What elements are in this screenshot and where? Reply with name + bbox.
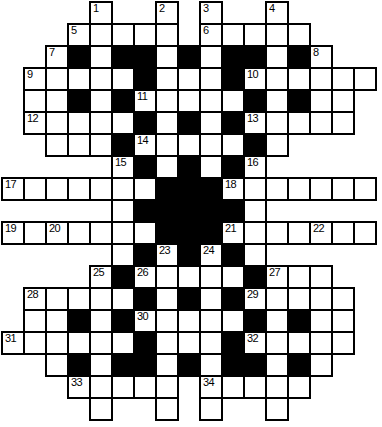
cell-5-4[interactable] bbox=[90, 112, 112, 134]
cell-8-1[interactable] bbox=[24, 178, 46, 200]
cell-11-10 bbox=[222, 244, 244, 266]
cell-3-5[interactable] bbox=[112, 68, 134, 90]
empty-space-0-10 bbox=[222, 2, 244, 24]
cell-4-6[interactable]: 11 bbox=[134, 90, 156, 112]
page: 1234567891011121314151617181920212223242… bbox=[0, 0, 382, 427]
cell-1-11[interactable] bbox=[244, 24, 266, 46]
cell-14-14[interactable] bbox=[310, 310, 332, 332]
cell-8-0[interactable]: 17 bbox=[2, 178, 24, 200]
cell-10-8 bbox=[178, 222, 200, 244]
cell-17-9[interactable]: 34 bbox=[200, 376, 222, 398]
cell-16-12[interactable] bbox=[266, 354, 288, 376]
empty-space-6-16 bbox=[354, 134, 376, 156]
cell-14-2[interactable] bbox=[46, 310, 68, 332]
cell-18-4[interactable] bbox=[90, 398, 112, 420]
empty-space-0-13 bbox=[288, 2, 310, 24]
cell-14-10[interactable] bbox=[222, 310, 244, 332]
cell-3-9[interactable] bbox=[200, 68, 222, 90]
cell-7-6 bbox=[134, 156, 156, 178]
empty-space-9-15 bbox=[332, 200, 354, 222]
cell-13-4[interactable] bbox=[90, 288, 112, 310]
empty-space-18-11 bbox=[244, 398, 266, 420]
cell-15-12[interactable] bbox=[266, 332, 288, 354]
cell-10-7 bbox=[156, 222, 178, 244]
cell-5-14[interactable] bbox=[310, 112, 332, 134]
cell-2-7[interactable] bbox=[156, 46, 178, 68]
cell-10-14[interactable]: 22 bbox=[310, 222, 332, 244]
empty-space-7-13 bbox=[288, 156, 310, 178]
cell-3-7[interactable] bbox=[156, 68, 178, 90]
cell-17-4[interactable] bbox=[90, 376, 112, 398]
cell-15-11[interactable]: 32 bbox=[244, 332, 266, 354]
empty-space-1-0 bbox=[2, 24, 24, 46]
cell-7-7[interactable] bbox=[156, 156, 178, 178]
cell-3-16[interactable] bbox=[354, 68, 376, 90]
cell-2-13 bbox=[288, 46, 310, 68]
clue-number-14: 14 bbox=[137, 135, 148, 146]
empty-space-18-5 bbox=[112, 398, 134, 420]
cell-15-15[interactable] bbox=[332, 332, 354, 354]
empty-space-6-14 bbox=[310, 134, 332, 156]
cell-13-13[interactable] bbox=[288, 288, 310, 310]
cell-4-3 bbox=[68, 90, 90, 112]
cell-8-6[interactable] bbox=[134, 178, 156, 200]
empty-space-18-8 bbox=[178, 398, 200, 420]
clue-number-15: 15 bbox=[115, 157, 126, 168]
cell-14-8[interactable] bbox=[178, 310, 200, 332]
cell-17-10[interactable] bbox=[222, 376, 244, 398]
cell-16-6 bbox=[134, 354, 156, 376]
cell-10-2[interactable]: 20 bbox=[46, 222, 68, 244]
empty-space-12-15 bbox=[332, 266, 354, 288]
cell-10-1[interactable] bbox=[24, 222, 46, 244]
empty-space-18-2 bbox=[46, 398, 68, 420]
cell-8-3[interactable] bbox=[68, 178, 90, 200]
cell-4-1[interactable] bbox=[24, 90, 46, 112]
cell-13-3[interactable] bbox=[68, 288, 90, 310]
cell-10-13[interactable] bbox=[288, 222, 310, 244]
cell-1-13[interactable] bbox=[288, 24, 310, 46]
cell-15-3[interactable] bbox=[68, 332, 90, 354]
empty-space-18-13 bbox=[288, 398, 310, 420]
cell-4-9[interactable] bbox=[200, 90, 222, 112]
clue-number-30: 30 bbox=[137, 311, 148, 322]
cell-10-11[interactable] bbox=[244, 222, 266, 244]
cell-16-8 bbox=[178, 354, 200, 376]
cell-1-12[interactable] bbox=[266, 24, 288, 46]
crossword-grid: 1234567891011121314151617181920212223242… bbox=[2, 2, 376, 420]
cell-10-5[interactable] bbox=[112, 222, 134, 244]
cell-5-2[interactable] bbox=[46, 112, 68, 134]
cell-5-6 bbox=[134, 112, 156, 134]
cell-6-4[interactable] bbox=[90, 134, 112, 156]
cell-6-9[interactable] bbox=[200, 134, 222, 156]
cell-10-3[interactable] bbox=[68, 222, 90, 244]
empty-space-17-1 bbox=[24, 376, 46, 398]
cell-18-7[interactable] bbox=[156, 398, 178, 420]
cell-15-4[interactable] bbox=[90, 332, 112, 354]
cell-17-7[interactable] bbox=[156, 376, 178, 398]
cell-16-14[interactable] bbox=[310, 354, 332, 376]
cell-14-15[interactable] bbox=[332, 310, 354, 332]
cell-7-11[interactable]: 16 bbox=[244, 156, 266, 178]
cell-4-2[interactable] bbox=[46, 90, 68, 112]
cell-11-7[interactable]: 23 bbox=[156, 244, 178, 266]
clue-number-32: 32 bbox=[247, 333, 258, 344]
empty-space-18-16 bbox=[354, 398, 376, 420]
cell-16-3 bbox=[68, 354, 90, 376]
cell-2-12[interactable] bbox=[266, 46, 288, 68]
cell-4-13 bbox=[288, 90, 310, 112]
empty-space-1-15 bbox=[332, 24, 354, 46]
cell-12-12[interactable]: 27 bbox=[266, 266, 288, 288]
cell-11-5[interactable] bbox=[112, 244, 134, 266]
empty-space-0-3 bbox=[68, 2, 90, 24]
cell-6-7[interactable] bbox=[156, 134, 178, 156]
cell-9-5[interactable] bbox=[112, 200, 134, 222]
empty-space-17-16 bbox=[354, 376, 376, 398]
cell-2-6 bbox=[134, 46, 156, 68]
cell-2-9[interactable] bbox=[200, 46, 222, 68]
cell-2-14[interactable]: 8 bbox=[310, 46, 332, 68]
empty-space-5-16 bbox=[354, 112, 376, 134]
cell-8-15[interactable] bbox=[332, 178, 354, 200]
cell-11-11[interactable] bbox=[244, 244, 266, 266]
cell-3-3[interactable] bbox=[68, 68, 90, 90]
clue-number-4: 4 bbox=[269, 3, 275, 14]
empty-space-7-0 bbox=[2, 156, 24, 178]
cell-8-12[interactable] bbox=[266, 178, 288, 200]
clue-number-20: 20 bbox=[49, 223, 60, 234]
cell-15-0[interactable]: 31 bbox=[2, 332, 24, 354]
empty-space-11-0 bbox=[2, 244, 24, 266]
empty-space-12-1 bbox=[24, 266, 46, 288]
cell-17-11[interactable] bbox=[244, 376, 266, 398]
cell-13-9[interactable] bbox=[200, 288, 222, 310]
cell-1-10[interactable] bbox=[222, 24, 244, 46]
cell-2-4[interactable] bbox=[90, 46, 112, 68]
cell-9-11[interactable] bbox=[244, 200, 266, 222]
empty-space-1-2 bbox=[46, 24, 68, 46]
empty-space-9-14 bbox=[310, 200, 332, 222]
cell-8-9 bbox=[200, 178, 222, 200]
cell-8-7 bbox=[156, 178, 178, 200]
empty-space-18-0 bbox=[2, 398, 24, 420]
empty-space-9-16 bbox=[354, 200, 376, 222]
empty-space-0-16 bbox=[354, 2, 376, 24]
cell-7-5[interactable]: 15 bbox=[112, 156, 134, 178]
cell-1-6[interactable] bbox=[134, 24, 156, 46]
clue-number-8: 8 bbox=[313, 47, 319, 58]
empty-space-14-0 bbox=[2, 310, 24, 332]
cell-15-5[interactable] bbox=[112, 332, 134, 354]
cell-8-4[interactable] bbox=[90, 178, 112, 200]
cell-3-12[interactable] bbox=[266, 68, 288, 90]
cell-5-10 bbox=[222, 112, 244, 134]
cell-14-9[interactable] bbox=[200, 310, 222, 332]
empty-space-4-16 bbox=[354, 90, 376, 112]
cell-6-12[interactable] bbox=[266, 134, 288, 156]
empty-space-11-2 bbox=[46, 244, 68, 266]
cell-10-6[interactable] bbox=[134, 222, 156, 244]
cell-8-16[interactable] bbox=[354, 178, 376, 200]
cell-5-8 bbox=[178, 112, 200, 134]
clue-number-13: 13 bbox=[247, 113, 258, 124]
clue-number-26: 26 bbox=[137, 267, 148, 278]
cell-13-7[interactable] bbox=[156, 288, 178, 310]
cell-11-9[interactable]: 24 bbox=[200, 244, 222, 266]
empty-space-14-16 bbox=[354, 310, 376, 332]
empty-space-7-15 bbox=[332, 156, 354, 178]
cell-1-4[interactable] bbox=[90, 24, 112, 46]
cell-8-14[interactable] bbox=[310, 178, 332, 200]
cell-13-12[interactable] bbox=[266, 288, 288, 310]
cell-15-2[interactable] bbox=[46, 332, 68, 354]
cell-4-10[interactable] bbox=[222, 90, 244, 112]
cell-16-5 bbox=[112, 354, 134, 376]
empty-space-16-15 bbox=[332, 354, 354, 376]
empty-space-4-0 bbox=[2, 90, 24, 112]
cell-5-9[interactable] bbox=[200, 112, 222, 134]
empty-space-11-4 bbox=[90, 244, 112, 266]
clue-number-23: 23 bbox=[159, 245, 170, 256]
cell-15-13[interactable] bbox=[288, 332, 310, 354]
cell-4-15[interactable] bbox=[332, 90, 354, 112]
empty-space-7-3 bbox=[68, 156, 90, 178]
empty-space-7-16 bbox=[354, 156, 376, 178]
cell-4-4[interactable] bbox=[90, 90, 112, 112]
cell-18-12[interactable] bbox=[266, 398, 288, 420]
cell-3-11[interactable]: 10 bbox=[244, 68, 266, 90]
cell-12-5 bbox=[112, 266, 134, 288]
empty-space-1-1 bbox=[24, 24, 46, 46]
cell-12-13[interactable] bbox=[288, 266, 310, 288]
cell-11-8 bbox=[178, 244, 200, 266]
empty-space-18-6 bbox=[134, 398, 156, 420]
empty-space-0-5 bbox=[112, 2, 134, 24]
cell-16-4[interactable] bbox=[90, 354, 112, 376]
cell-17-3[interactable]: 33 bbox=[68, 376, 90, 398]
clue-number-21: 21 bbox=[225, 223, 236, 234]
cell-12-8[interactable] bbox=[178, 266, 200, 288]
clue-number-2: 2 bbox=[159, 3, 165, 14]
cell-13-14[interactable] bbox=[310, 288, 332, 310]
cell-0-9[interactable]: 3 bbox=[200, 2, 222, 24]
cell-18-9[interactable] bbox=[200, 398, 222, 420]
cell-4-14[interactable] bbox=[310, 90, 332, 112]
cell-14-4[interactable] bbox=[90, 310, 112, 332]
clue-number-16: 16 bbox=[247, 157, 258, 168]
cell-14-11 bbox=[244, 310, 266, 332]
cell-10-16[interactable] bbox=[354, 222, 376, 244]
cell-14-7[interactable] bbox=[156, 310, 178, 332]
cell-5-7[interactable] bbox=[156, 112, 178, 134]
cell-0-4[interactable]: 1 bbox=[90, 2, 112, 24]
cell-13-1[interactable]: 28 bbox=[24, 288, 46, 310]
cell-3-4[interactable] bbox=[90, 68, 112, 90]
empty-space-17-0 bbox=[2, 376, 24, 398]
empty-space-3-0 bbox=[2, 68, 24, 90]
cell-6-6[interactable]: 14 bbox=[134, 134, 156, 156]
cell-8-8 bbox=[178, 178, 200, 200]
cell-2-8 bbox=[178, 46, 200, 68]
empty-space-0-1 bbox=[24, 2, 46, 24]
empty-space-13-0 bbox=[2, 288, 24, 310]
clue-number-10: 10 bbox=[247, 69, 258, 80]
cell-4-8[interactable] bbox=[178, 90, 200, 112]
cell-1-5[interactable] bbox=[112, 24, 134, 46]
cell-3-1[interactable]: 9 bbox=[24, 68, 46, 90]
cell-4-12[interactable] bbox=[266, 90, 288, 112]
cell-6-10[interactable] bbox=[222, 134, 244, 156]
cell-13-11[interactable]: 29 bbox=[244, 288, 266, 310]
cell-16-7[interactable] bbox=[156, 354, 178, 376]
empty-space-17-14 bbox=[310, 376, 332, 398]
cell-8-11[interactable] bbox=[244, 178, 266, 200]
cell-2-10 bbox=[222, 46, 244, 68]
cell-10-0[interactable]: 19 bbox=[2, 222, 24, 244]
cell-2-2[interactable]: 7 bbox=[46, 46, 68, 68]
cell-15-9[interactable] bbox=[200, 332, 222, 354]
cell-4-7[interactable] bbox=[156, 90, 178, 112]
cell-12-11 bbox=[244, 266, 266, 288]
empty-space-0-14 bbox=[310, 2, 332, 24]
cell-16-13 bbox=[288, 354, 310, 376]
empty-space-7-12 bbox=[266, 156, 288, 178]
cell-14-13 bbox=[288, 310, 310, 332]
cell-5-12[interactable] bbox=[266, 112, 288, 134]
cell-13-10 bbox=[222, 288, 244, 310]
cell-0-7[interactable]: 2 bbox=[156, 2, 178, 24]
clue-number-12: 12 bbox=[27, 113, 38, 124]
cell-1-9[interactable]: 6 bbox=[200, 24, 222, 46]
cell-16-11 bbox=[244, 354, 266, 376]
empty-space-7-2 bbox=[46, 156, 68, 178]
cell-12-6[interactable]: 26 bbox=[134, 266, 156, 288]
empty-space-17-15 bbox=[332, 376, 354, 398]
cell-2-3 bbox=[68, 46, 90, 68]
cell-10-10[interactable]: 21 bbox=[222, 222, 244, 244]
empty-space-11-15 bbox=[332, 244, 354, 266]
empty-space-12-2 bbox=[46, 266, 68, 288]
empty-space-11-12 bbox=[266, 244, 288, 266]
cell-8-13[interactable] bbox=[288, 178, 310, 200]
cell-16-2[interactable] bbox=[46, 354, 68, 376]
empty-space-9-4 bbox=[90, 200, 112, 222]
cell-9-8 bbox=[178, 200, 200, 222]
cell-5-1[interactable]: 12 bbox=[24, 112, 46, 134]
cell-8-2[interactable] bbox=[46, 178, 68, 200]
cell-14-12[interactable] bbox=[266, 310, 288, 332]
cell-10-12[interactable] bbox=[266, 222, 288, 244]
cell-8-10[interactable]: 18 bbox=[222, 178, 244, 200]
empty-space-9-3 bbox=[68, 200, 90, 222]
cell-1-7[interactable] bbox=[156, 24, 178, 46]
cell-12-7[interactable] bbox=[156, 266, 178, 288]
cell-10-9 bbox=[200, 222, 222, 244]
cell-17-12[interactable] bbox=[266, 376, 288, 398]
cell-5-15[interactable] bbox=[332, 112, 354, 134]
cell-14-5 bbox=[112, 310, 134, 332]
empty-space-1-8 bbox=[178, 24, 200, 46]
cell-15-7[interactable] bbox=[156, 332, 178, 354]
cell-13-2[interactable] bbox=[46, 288, 68, 310]
cell-14-3 bbox=[68, 310, 90, 332]
empty-space-2-15 bbox=[332, 46, 354, 68]
cell-3-15[interactable] bbox=[332, 68, 354, 90]
cell-0-12[interactable]: 4 bbox=[266, 2, 288, 24]
empty-space-9-13 bbox=[288, 200, 310, 222]
empty-space-7-4 bbox=[90, 156, 112, 178]
cell-9-6 bbox=[134, 200, 156, 222]
cell-9-7 bbox=[156, 200, 178, 222]
cell-14-6[interactable]: 30 bbox=[134, 310, 156, 332]
empty-space-1-16 bbox=[354, 24, 376, 46]
empty-space-5-0 bbox=[2, 112, 24, 134]
cell-13-8 bbox=[178, 288, 200, 310]
cell-17-13[interactable] bbox=[288, 376, 310, 398]
cell-17-5[interactable] bbox=[112, 376, 134, 398]
cell-17-6[interactable] bbox=[134, 376, 156, 398]
cell-1-3[interactable]: 5 bbox=[68, 24, 90, 46]
cell-10-4[interactable] bbox=[90, 222, 112, 244]
cell-2-11 bbox=[244, 46, 266, 68]
clue-number-11: 11 bbox=[137, 91, 147, 102]
cell-15-8[interactable] bbox=[178, 332, 200, 354]
cell-14-1[interactable] bbox=[24, 310, 46, 332]
empty-space-15-16 bbox=[354, 332, 376, 354]
cell-5-3[interactable] bbox=[68, 112, 90, 134]
empty-space-18-14 bbox=[310, 398, 332, 420]
cell-5-13[interactable] bbox=[288, 112, 310, 134]
empty-space-7-14 bbox=[310, 156, 332, 178]
empty-space-6-15 bbox=[332, 134, 354, 156]
cell-13-15[interactable] bbox=[332, 288, 354, 310]
clue-number-3: 3 bbox=[203, 3, 209, 14]
cell-15-1[interactable] bbox=[24, 332, 46, 354]
cell-3-13[interactable] bbox=[288, 68, 310, 90]
empty-space-17-2 bbox=[46, 376, 68, 398]
cell-12-4[interactable]: 25 bbox=[90, 266, 112, 288]
empty-space-2-1 bbox=[24, 46, 46, 68]
cell-3-8[interactable] bbox=[178, 68, 200, 90]
cell-5-5[interactable] bbox=[112, 112, 134, 134]
cell-10-15[interactable] bbox=[332, 222, 354, 244]
cell-7-9[interactable] bbox=[200, 156, 222, 178]
cell-8-5[interactable] bbox=[112, 178, 134, 200]
clue-number-28: 28 bbox=[27, 289, 38, 300]
cell-6-8[interactable] bbox=[178, 134, 200, 156]
cell-12-10[interactable] bbox=[222, 266, 244, 288]
cell-6-3[interactable] bbox=[68, 134, 90, 156]
empty-space-6-1 bbox=[24, 134, 46, 156]
cell-12-9[interactable] bbox=[200, 266, 222, 288]
clue-number-31: 31 bbox=[5, 333, 16, 344]
cell-16-9[interactable] bbox=[200, 354, 222, 376]
empty-space-13-16 bbox=[354, 288, 376, 310]
cell-13-5[interactable] bbox=[112, 288, 134, 310]
cell-15-14[interactable] bbox=[310, 332, 332, 354]
cell-6-2[interactable] bbox=[46, 134, 68, 156]
cell-3-2[interactable] bbox=[46, 68, 68, 90]
cell-7-10 bbox=[222, 156, 244, 178]
cell-12-14[interactable] bbox=[310, 266, 332, 288]
cell-5-11[interactable]: 13 bbox=[244, 112, 266, 134]
cell-4-11 bbox=[244, 90, 266, 112]
cell-3-14[interactable] bbox=[310, 68, 332, 90]
empty-space-1-14 bbox=[310, 24, 332, 46]
cell-9-9 bbox=[200, 200, 222, 222]
